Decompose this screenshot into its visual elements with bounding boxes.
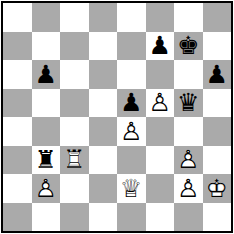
square-a5[interactable] xyxy=(3,89,32,118)
square-h8[interactable] xyxy=(203,3,232,32)
white-k-piece: ♔ xyxy=(203,174,232,203)
square-e3[interactable] xyxy=(117,146,146,175)
square-d4[interactable] xyxy=(89,117,118,146)
square-a7[interactable] xyxy=(3,32,32,61)
square-h7[interactable] xyxy=(203,32,232,61)
square-b8[interactable] xyxy=(32,3,61,32)
square-f6[interactable] xyxy=(146,60,175,89)
square-g5[interactable]: ♛ xyxy=(174,89,203,118)
square-e1[interactable] xyxy=(117,203,146,232)
square-d1[interactable] xyxy=(89,203,118,232)
square-g4[interactable] xyxy=(174,117,203,146)
square-b1[interactable] xyxy=(32,203,61,232)
square-g1[interactable] xyxy=(174,203,203,232)
square-e5[interactable]: ♟ xyxy=(117,89,146,118)
square-f4[interactable] xyxy=(146,117,175,146)
white-p-piece: ♙ xyxy=(174,174,203,203)
square-a1[interactable] xyxy=(3,203,32,232)
square-b5[interactable] xyxy=(32,89,61,118)
white-p-piece: ♙ xyxy=(32,174,61,203)
square-g6[interactable] xyxy=(174,60,203,89)
square-e6[interactable] xyxy=(117,60,146,89)
square-c6[interactable] xyxy=(60,60,89,89)
square-f7[interactable]: ♟ xyxy=(146,32,175,61)
square-h4[interactable] xyxy=(203,117,232,146)
square-f2[interactable] xyxy=(146,174,175,203)
black-p-piece: ♟ xyxy=(117,89,146,118)
square-e2[interactable]: ♛♕ xyxy=(117,174,146,203)
square-f3[interactable] xyxy=(146,146,175,175)
square-a6[interactable] xyxy=(3,60,32,89)
square-b2[interactable]: ♟♙ xyxy=(32,174,61,203)
square-e4[interactable]: ♟♙ xyxy=(117,117,146,146)
black-p-piece: ♟ xyxy=(203,60,232,89)
square-e8[interactable] xyxy=(117,3,146,32)
square-h2[interactable]: ♚♔ xyxy=(203,174,232,203)
square-d2[interactable] xyxy=(89,174,118,203)
white-r-piece: ♖ xyxy=(60,146,89,175)
square-c3[interactable]: ♜♖ xyxy=(60,146,89,175)
square-c1[interactable] xyxy=(60,203,89,232)
white-p-piece: ♙ xyxy=(146,89,175,118)
square-b4[interactable] xyxy=(32,117,61,146)
chess-board: ♟♚♟♟♟♟♙♛♟♙♜♜♖♟♙♟♙♛♕♟♙♚♔ xyxy=(3,3,231,231)
square-c4[interactable] xyxy=(60,117,89,146)
square-g8[interactable] xyxy=(174,3,203,32)
square-c7[interactable] xyxy=(60,32,89,61)
square-d3[interactable] xyxy=(89,146,118,175)
square-h1[interactable] xyxy=(203,203,232,232)
square-g2[interactable]: ♟♙ xyxy=(174,174,203,203)
square-d7[interactable] xyxy=(89,32,118,61)
square-a8[interactable] xyxy=(3,3,32,32)
white-q-piece: ♕ xyxy=(117,174,146,203)
square-a4[interactable] xyxy=(3,117,32,146)
square-a2[interactable] xyxy=(3,174,32,203)
white-p-piece: ♙ xyxy=(117,117,146,146)
square-h6[interactable]: ♟ xyxy=(203,60,232,89)
white-p-piece: ♙ xyxy=(174,146,203,175)
chess-board-frame: ♟♚♟♟♟♟♙♛♟♙♜♜♖♟♙♟♙♛♕♟♙♚♔ xyxy=(1,1,233,233)
square-d5[interactable] xyxy=(89,89,118,118)
square-c5[interactable] xyxy=(60,89,89,118)
black-q-piece: ♛ xyxy=(174,89,203,118)
black-r-piece: ♜ xyxy=(32,146,61,175)
square-f8[interactable] xyxy=(146,3,175,32)
square-f5[interactable]: ♟♙ xyxy=(146,89,175,118)
square-d6[interactable] xyxy=(89,60,118,89)
square-c8[interactable] xyxy=(60,3,89,32)
square-g3[interactable]: ♟♙ xyxy=(174,146,203,175)
square-f1[interactable] xyxy=(146,203,175,232)
square-g7[interactable]: ♚ xyxy=(174,32,203,61)
square-a3[interactable] xyxy=(3,146,32,175)
square-h3[interactable] xyxy=(203,146,232,175)
square-b3[interactable]: ♜ xyxy=(32,146,61,175)
square-b6[interactable]: ♟ xyxy=(32,60,61,89)
square-h5[interactable] xyxy=(203,89,232,118)
black-k-piece: ♚ xyxy=(174,32,203,61)
square-d8[interactable] xyxy=(89,3,118,32)
square-e7[interactable] xyxy=(117,32,146,61)
black-p-piece: ♟ xyxy=(146,32,175,61)
square-c2[interactable] xyxy=(60,174,89,203)
black-p-piece: ♟ xyxy=(32,60,61,89)
square-b7[interactable] xyxy=(32,32,61,61)
